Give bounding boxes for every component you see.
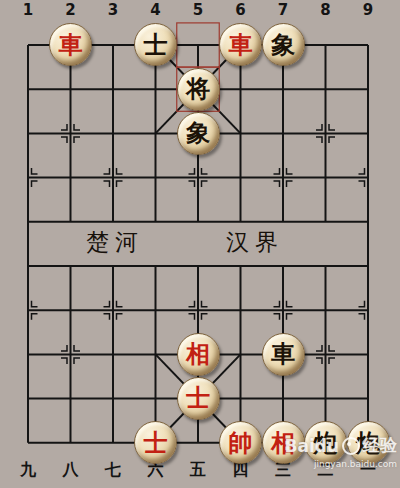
piece-glyph: 車 [229, 33, 253, 57]
piece-glyph: 将 [186, 77, 210, 101]
piece-glyph: 相 [186, 342, 210, 366]
piece-black-general[interactable]: 将 [177, 68, 220, 111]
piece-layer: 車士車象将象相車士士帥相炮炮 [7, 23, 390, 465]
piece-glyph: 車 [59, 33, 83, 57]
piece-red-advisor[interactable]: 士 [134, 421, 177, 464]
piece-red-advisor[interactable]: 士 [177, 377, 220, 420]
piece-glyph: 士 [144, 431, 168, 455]
camera-icon [342, 437, 360, 455]
piece-red-general[interactable]: 帥 [219, 421, 262, 464]
watermark-brand-suffix: 经验 [363, 434, 397, 457]
piece-glyph: 士 [186, 386, 210, 410]
watermark-brand: Baidu 经验 [284, 434, 397, 457]
piece-glyph: 象 [271, 33, 295, 57]
file-label-top-5: 5 [193, 1, 203, 19]
piece-black-advisor[interactable]: 士 [134, 23, 177, 66]
piece-red-rook[interactable]: 車 [219, 23, 262, 66]
piece-glyph: 士 [144, 33, 168, 57]
watermark: Baidu 经验 jingyan.baidu.com [284, 434, 397, 469]
piece-black-elephant[interactable]: 象 [177, 112, 220, 155]
piece-black-rook[interactable]: 車 [262, 333, 305, 376]
piece-red-elephant[interactable]: 相 [177, 333, 220, 376]
piece-glyph: 車 [271, 342, 295, 366]
file-label-top-2: 2 [65, 1, 75, 19]
file-label-top-6: 6 [235, 1, 245, 19]
watermark-url: jingyan.baidu.com [284, 459, 397, 469]
watermark-brand-text: Baidu [284, 436, 339, 456]
file-label-top-9: 9 [363, 1, 373, 19]
xiangqi-board-screenshot: 123456789 九八七六五四三二一 楚河 汉界 車士車象将象相車士士帥相炮炮… [0, 0, 400, 488]
file-label-top-7: 7 [278, 1, 288, 19]
piece-glyph: 象 [186, 121, 210, 145]
file-label-top-4: 4 [150, 1, 160, 19]
file-label-top-8: 8 [320, 1, 330, 19]
piece-red-rook[interactable]: 車 [49, 23, 92, 66]
file-label-top-1: 1 [23, 1, 33, 19]
file-label-top-3: 3 [108, 1, 118, 19]
piece-black-elephant[interactable]: 象 [262, 23, 305, 66]
piece-glyph: 帥 [229, 431, 253, 455]
